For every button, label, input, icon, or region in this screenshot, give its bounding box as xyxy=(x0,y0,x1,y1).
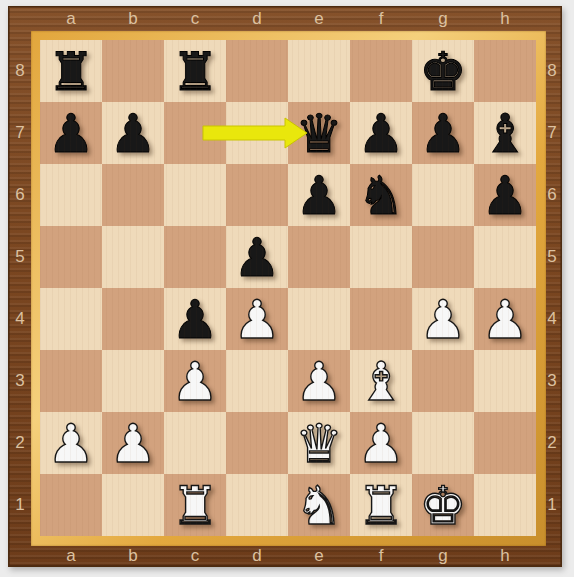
piece-white-rook[interactable]: ♜ xyxy=(357,479,405,532)
rank-label-2: 2 xyxy=(9,412,31,474)
piece-white-pawn[interactable]: ♟ xyxy=(109,417,157,470)
square-f2[interactable]: ♟ xyxy=(350,412,412,474)
square-h3[interactable] xyxy=(474,350,536,412)
file-label-b: b xyxy=(102,544,164,568)
square-a4[interactable] xyxy=(40,288,102,350)
square-c8[interactable]: ♜ xyxy=(164,40,226,102)
file-label-g: g xyxy=(412,544,474,568)
square-a3[interactable] xyxy=(40,350,102,412)
square-f6[interactable]: ♞ xyxy=(350,164,412,226)
rank-labels-right: 87654321 xyxy=(541,40,563,536)
piece-white-knight[interactable]: ♞ xyxy=(295,479,343,532)
piece-black-pawn[interactable]: ♟ xyxy=(47,107,95,160)
square-b1[interactable] xyxy=(102,474,164,536)
rank-label-4: 4 xyxy=(9,288,31,350)
piece-white-pawn[interactable]: ♟ xyxy=(171,355,219,408)
rank-label-6: 6 xyxy=(9,164,31,226)
file-label-h: h xyxy=(474,544,536,568)
square-d3[interactable] xyxy=(226,350,288,412)
piece-white-pawn[interactable]: ♟ xyxy=(233,293,281,346)
rank-label-7: 7 xyxy=(541,102,563,164)
piece-white-pawn[interactable]: ♟ xyxy=(481,293,529,346)
rank-label-8: 8 xyxy=(541,40,563,102)
piece-black-knight[interactable]: ♞ xyxy=(357,169,405,222)
square-e5[interactable] xyxy=(288,226,350,288)
square-g5[interactable] xyxy=(412,226,474,288)
file-labels-bottom: abcdefgh xyxy=(40,544,536,568)
square-f5[interactable] xyxy=(350,226,412,288)
file-label-c: c xyxy=(164,544,226,568)
square-d6[interactable] xyxy=(226,164,288,226)
square-c4[interactable]: ♟ xyxy=(164,288,226,350)
square-e6[interactable]: ♟ xyxy=(288,164,350,226)
square-e1[interactable]: ♞ xyxy=(288,474,350,536)
square-f1[interactable]: ♜ xyxy=(350,474,412,536)
rank-label-7: 7 xyxy=(9,102,31,164)
square-a8[interactable]: ♜ xyxy=(40,40,102,102)
rank-label-5: 5 xyxy=(541,226,563,288)
square-d8[interactable] xyxy=(226,40,288,102)
square-b4[interactable] xyxy=(102,288,164,350)
square-a5[interactable] xyxy=(40,226,102,288)
square-b6[interactable] xyxy=(102,164,164,226)
piece-white-king[interactable]: ♚ xyxy=(419,479,467,532)
file-label-a: a xyxy=(40,7,102,31)
square-b7[interactable]: ♟ xyxy=(102,102,164,164)
square-e2[interactable]: ♛ xyxy=(288,412,350,474)
chess-diagram: abcdefgh abcdefgh 87654321 87654321 ♜♜♚♟… xyxy=(0,0,574,577)
square-g8[interactable]: ♚ xyxy=(412,40,474,102)
square-e4[interactable] xyxy=(288,288,350,350)
square-c7[interactable] xyxy=(164,102,226,164)
piece-white-pawn[interactable]: ♟ xyxy=(295,355,343,408)
square-h7[interactable]: ♝ xyxy=(474,102,536,164)
rank-label-3: 3 xyxy=(541,350,563,412)
piece-black-queen[interactable]: ♛ xyxy=(295,107,343,160)
square-c2[interactable] xyxy=(164,412,226,474)
file-label-a: a xyxy=(40,544,102,568)
piece-black-pawn[interactable]: ♟ xyxy=(295,169,343,222)
square-g3[interactable] xyxy=(412,350,474,412)
piece-black-rook[interactable]: ♜ xyxy=(47,45,95,98)
file-label-f: f xyxy=(350,544,412,568)
file-label-e: e xyxy=(288,7,350,31)
square-c5[interactable] xyxy=(164,226,226,288)
piece-black-pawn[interactable]: ♟ xyxy=(481,169,529,222)
square-f8[interactable] xyxy=(350,40,412,102)
piece-black-pawn[interactable]: ♟ xyxy=(233,231,281,284)
piece-white-pawn[interactable]: ♟ xyxy=(357,417,405,470)
file-label-f: f xyxy=(350,7,412,31)
square-e3[interactable]: ♟ xyxy=(288,350,350,412)
piece-black-rook[interactable]: ♜ xyxy=(171,45,219,98)
rank-labels-left: 87654321 xyxy=(9,40,31,536)
file-label-b: b xyxy=(102,7,164,31)
square-a7[interactable]: ♟ xyxy=(40,102,102,164)
square-b3[interactable] xyxy=(102,350,164,412)
piece-white-queen[interactable]: ♛ xyxy=(295,417,343,470)
file-label-g: g xyxy=(412,7,474,31)
square-d5[interactable]: ♟ xyxy=(226,226,288,288)
square-f4[interactable] xyxy=(350,288,412,350)
square-a2[interactable]: ♟ xyxy=(40,412,102,474)
square-f7[interactable]: ♟ xyxy=(350,102,412,164)
square-h5[interactable] xyxy=(474,226,536,288)
square-c6[interactable] xyxy=(164,164,226,226)
piece-black-king[interactable]: ♚ xyxy=(419,45,467,98)
file-label-d: d xyxy=(226,544,288,568)
square-e7[interactable]: ♛ xyxy=(288,102,350,164)
square-f3[interactable]: ♝ xyxy=(350,350,412,412)
rank-label-3: 3 xyxy=(9,350,31,412)
piece-black-pawn[interactable]: ♟ xyxy=(109,107,157,160)
square-e8[interactable] xyxy=(288,40,350,102)
square-b2[interactable]: ♟ xyxy=(102,412,164,474)
rank-label-5: 5 xyxy=(9,226,31,288)
chess-board: ♜♜♚♟♟♛♟♟♝♟♞♟♟♟♟♟♟♟♟♝♟♟♛♟♜♞♜♚ xyxy=(40,40,536,536)
square-d2[interactable] xyxy=(226,412,288,474)
piece-white-pawn[interactable]: ♟ xyxy=(47,417,95,470)
square-a1[interactable] xyxy=(40,474,102,536)
square-b8[interactable] xyxy=(102,40,164,102)
square-h2[interactable] xyxy=(474,412,536,474)
square-g7[interactable]: ♟ xyxy=(412,102,474,164)
piece-black-bishop[interactable]: ♝ xyxy=(481,107,529,160)
square-c3[interactable]: ♟ xyxy=(164,350,226,412)
rank-label-4: 4 xyxy=(541,288,563,350)
square-g4[interactable]: ♟ xyxy=(412,288,474,350)
square-a6[interactable] xyxy=(40,164,102,226)
square-h4[interactable]: ♟ xyxy=(474,288,536,350)
piece-white-bishop[interactable]: ♝ xyxy=(357,355,405,408)
file-label-d: d xyxy=(226,7,288,31)
piece-white-pawn[interactable]: ♟ xyxy=(419,293,467,346)
piece-black-pawn[interactable]: ♟ xyxy=(171,293,219,346)
rank-label-8: 8 xyxy=(9,40,31,102)
square-d1[interactable] xyxy=(226,474,288,536)
file-label-h: h xyxy=(474,7,536,31)
square-b5[interactable] xyxy=(102,226,164,288)
square-h6[interactable]: ♟ xyxy=(474,164,536,226)
square-g2[interactable] xyxy=(412,412,474,474)
file-label-e: e xyxy=(288,544,350,568)
file-labels-top: abcdefgh xyxy=(40,7,536,31)
piece-black-pawn[interactable]: ♟ xyxy=(357,107,405,160)
piece-black-pawn[interactable]: ♟ xyxy=(419,107,467,160)
rank-label-1: 1 xyxy=(9,474,31,536)
piece-white-rook[interactable]: ♜ xyxy=(171,479,219,532)
square-d4[interactable]: ♟ xyxy=(226,288,288,350)
square-h1[interactable] xyxy=(474,474,536,536)
square-c1[interactable]: ♜ xyxy=(164,474,226,536)
square-d7[interactable] xyxy=(226,102,288,164)
file-label-c: c xyxy=(164,7,226,31)
square-g1[interactable]: ♚ xyxy=(412,474,474,536)
square-h8[interactable] xyxy=(474,40,536,102)
rank-label-1: 1 xyxy=(541,474,563,536)
square-g6[interactable] xyxy=(412,164,474,226)
rank-label-6: 6 xyxy=(541,164,563,226)
rank-label-2: 2 xyxy=(541,412,563,474)
